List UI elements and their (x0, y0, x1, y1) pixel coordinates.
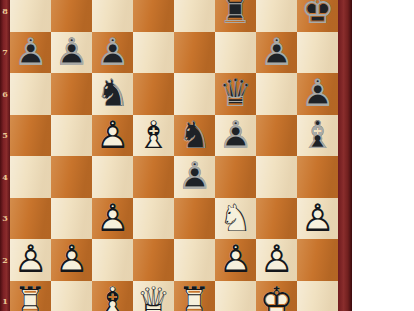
square-g3[interactable] (256, 198, 297, 240)
square-f2[interactable]: ♟♙ (215, 239, 256, 281)
square-b1[interactable] (51, 281, 92, 311)
piece-white-queen[interactable]: ♛♕ (133, 281, 174, 311)
piece-white-pawn[interactable]: ♟♙ (215, 239, 256, 281)
square-h7[interactable] (297, 32, 338, 74)
white-knight-glyph-outline: ♘ (215, 198, 256, 240)
square-g8[interactable] (256, 0, 297, 32)
white-rook-glyph-fill: ♜ (174, 281, 215, 311)
white-pawn-glyph-fill: ♟ (256, 239, 297, 281)
white-pawn-glyph-outline: ♙ (10, 239, 51, 281)
white-pawn-glyph-outline: ♙ (51, 239, 92, 281)
white-pawn-glyph-outline: ♙ (92, 198, 133, 240)
square-a5[interactable] (10, 115, 51, 157)
black-knight-glyph-fill: ♞ (174, 115, 215, 157)
piece-white-pawn[interactable]: ♟♙ (297, 198, 338, 240)
black-pawn-glyph-fill: ♟ (174, 156, 215, 198)
square-b3[interactable] (51, 198, 92, 240)
square-h6[interactable]: ♟♙ (297, 73, 338, 115)
rank-label-1: 1 (0, 281, 10, 311)
rank-label-5: 5 (0, 115, 10, 157)
square-g2[interactable]: ♟♙ (256, 239, 297, 281)
square-a8[interactable] (10, 0, 51, 32)
square-h2[interactable] (297, 239, 338, 281)
black-pawn-glyph-outline: ♙ (51, 32, 92, 74)
square-h5[interactable]: ♝♗ (297, 115, 338, 157)
white-pawn-glyph-fill: ♟ (297, 198, 338, 240)
piece-black-pawn[interactable]: ♟♙ (92, 32, 133, 74)
square-g6[interactable] (256, 73, 297, 115)
square-f6[interactable]: ♛♕ (215, 73, 256, 115)
square-c8[interactable] (92, 0, 133, 32)
piece-black-bishop[interactable]: ♝♗ (297, 115, 338, 157)
chess-board: 87654321 ♜♖♚♔♟♙♟♙♟♙♟♙♞♘♛♕♟♙♟♙♝♗♞♘♟♙♝♗♟♙♟… (0, 0, 352, 311)
square-f5[interactable]: ♟♙ (215, 115, 256, 157)
white-bishop-glyph-outline: ♗ (92, 281, 133, 311)
white-rook-glyph-outline: ♖ (10, 281, 51, 311)
piece-black-knight[interactable]: ♞♘ (174, 115, 215, 157)
piece-white-pawn[interactable]: ♟♙ (92, 115, 133, 157)
square-c4[interactable] (92, 156, 133, 198)
white-rook-glyph-fill: ♜ (10, 281, 51, 311)
square-d6[interactable] (133, 73, 174, 115)
square-d4[interactable] (133, 156, 174, 198)
white-king-glyph-fill: ♚ (256, 281, 297, 311)
white-bishop-glyph-fill: ♝ (92, 281, 133, 311)
white-rook-glyph-outline: ♖ (174, 281, 215, 311)
square-e2[interactable] (174, 239, 215, 281)
square-c3[interactable]: ♟♙ (92, 198, 133, 240)
square-e1[interactable]: ♜♖ (174, 281, 215, 311)
square-a1[interactable]: ♜♖ (10, 281, 51, 311)
square-d3[interactable] (133, 198, 174, 240)
piece-white-rook[interactable]: ♜♖ (10, 281, 51, 311)
square-h4[interactable] (297, 156, 338, 198)
black-pawn-glyph-outline: ♙ (92, 32, 133, 74)
white-pawn-glyph-fill: ♟ (92, 115, 133, 157)
piece-white-pawn[interactable]: ♟♙ (51, 239, 92, 281)
rank-label-7: 7 (0, 32, 10, 74)
black-knight-glyph-fill: ♞ (92, 73, 133, 115)
rank-label-8: 8 (0, 0, 10, 32)
white-king-glyph-outline: ♔ (256, 281, 297, 311)
square-d5[interactable]: ♝♗ (133, 115, 174, 157)
piece-black-pawn[interactable]: ♟♙ (297, 73, 338, 115)
piece-black-pawn[interactable]: ♟♙ (51, 32, 92, 74)
square-e8[interactable] (174, 0, 215, 32)
board-grid: ♜♖♚♔♟♙♟♙♟♙♟♙♞♘♛♕♟♙♟♙♝♗♞♘♟♙♝♗♟♙♟♙♞♘♟♙♟♙♟♙… (10, 0, 338, 311)
black-rook-glyph-fill: ♜ (215, 0, 256, 32)
piece-white-bishop[interactable]: ♝♗ (133, 115, 174, 157)
white-bishop-glyph-fill: ♝ (133, 115, 174, 157)
white-pawn-glyph-outline: ♙ (297, 198, 338, 240)
black-pawn-glyph-fill: ♟ (297, 73, 338, 115)
black-king-glyph-outline: ♔ (297, 0, 338, 32)
board-right-border (338, 0, 352, 311)
rank-label-4: 4 (0, 156, 10, 198)
white-pawn-glyph-fill: ♟ (215, 239, 256, 281)
black-queen-glyph-fill: ♛ (215, 73, 256, 115)
white-pawn-glyph-outline: ♙ (92, 115, 133, 157)
white-queen-glyph-outline: ♕ (133, 281, 174, 311)
black-pawn-glyph-fill: ♟ (10, 32, 51, 74)
black-pawn-glyph-outline: ♙ (297, 73, 338, 115)
square-g1[interactable]: ♚♔ (256, 281, 297, 311)
white-knight-glyph-fill: ♞ (215, 198, 256, 240)
black-pawn-glyph-outline: ♙ (215, 115, 256, 157)
square-c5[interactable]: ♟♙ (92, 115, 133, 157)
rank-label-3: 3 (0, 198, 10, 240)
piece-black-king[interactable]: ♚♔ (297, 0, 338, 32)
piece-white-bishop[interactable]: ♝♗ (92, 281, 133, 311)
white-pawn-glyph-outline: ♙ (256, 239, 297, 281)
piece-white-pawn[interactable]: ♟♙ (10, 239, 51, 281)
piece-white-king[interactable]: ♚♔ (256, 281, 297, 311)
piece-black-knight[interactable]: ♞♘ (92, 73, 133, 115)
piece-black-pawn[interactable]: ♟♙ (215, 115, 256, 157)
square-b6[interactable] (51, 73, 92, 115)
black-pawn-glyph-fill: ♟ (92, 32, 133, 74)
square-e7[interactable] (174, 32, 215, 74)
black-pawn-glyph-fill: ♟ (256, 32, 297, 74)
white-pawn-glyph-fill: ♟ (51, 239, 92, 281)
square-h3[interactable]: ♟♙ (297, 198, 338, 240)
square-f4[interactable] (215, 156, 256, 198)
square-f3[interactable]: ♞♘ (215, 198, 256, 240)
rank-label-6: 6 (0, 73, 10, 115)
white-queen-glyph-fill: ♛ (133, 281, 174, 311)
square-d8[interactable] (133, 0, 174, 32)
square-d2[interactable] (133, 239, 174, 281)
piece-white-pawn[interactable]: ♟♙ (256, 239, 297, 281)
square-f7[interactable] (215, 32, 256, 74)
black-pawn-glyph-outline: ♙ (10, 32, 51, 74)
black-bishop-glyph-fill: ♝ (297, 115, 338, 157)
piece-black-rook[interactable]: ♜♖ (215, 0, 256, 32)
square-a3[interactable] (10, 198, 51, 240)
square-a4[interactable] (10, 156, 51, 198)
square-g7[interactable]: ♟♙ (256, 32, 297, 74)
square-f8[interactable]: ♜♖ (215, 0, 256, 32)
square-e5[interactable]: ♞♘ (174, 115, 215, 157)
square-b7[interactable]: ♟♙ (51, 32, 92, 74)
square-a7[interactable]: ♟♙ (10, 32, 51, 74)
piece-black-pawn[interactable]: ♟♙ (256, 32, 297, 74)
white-pawn-glyph-fill: ♟ (10, 239, 51, 281)
white-pawn-glyph-fill: ♟ (92, 198, 133, 240)
square-c1[interactable]: ♝♗ (92, 281, 133, 311)
piece-black-queen[interactable]: ♛♕ (215, 73, 256, 115)
square-b2[interactable]: ♟♙ (51, 239, 92, 281)
square-e6[interactable] (174, 73, 215, 115)
square-a6[interactable] (10, 73, 51, 115)
square-d1[interactable]: ♛♕ (133, 281, 174, 311)
black-bishop-glyph-outline: ♗ (297, 115, 338, 157)
black-king-glyph-fill: ♚ (297, 0, 338, 32)
square-b8[interactable] (51, 0, 92, 32)
square-c7[interactable]: ♟♙ (92, 32, 133, 74)
square-c6[interactable]: ♞♘ (92, 73, 133, 115)
piece-white-pawn[interactable]: ♟♙ (92, 198, 133, 240)
square-g5[interactable] (256, 115, 297, 157)
piece-black-pawn[interactable]: ♟♙ (10, 32, 51, 74)
square-h1[interactable] (297, 281, 338, 311)
black-knight-glyph-outline: ♘ (92, 73, 133, 115)
black-knight-glyph-outline: ♘ (174, 115, 215, 157)
board-left-border: 87654321 (0, 0, 10, 311)
piece-white-rook[interactable]: ♜♖ (174, 281, 215, 311)
square-h8[interactable]: ♚♔ (297, 0, 338, 32)
square-f1[interactable] (215, 281, 256, 311)
piece-black-pawn[interactable]: ♟♙ (174, 156, 215, 198)
black-pawn-glyph-outline: ♙ (174, 156, 215, 198)
square-d7[interactable] (133, 32, 174, 74)
white-pawn-glyph-outline: ♙ (215, 239, 256, 281)
white-bishop-glyph-outline: ♗ (133, 115, 174, 157)
piece-white-knight[interactable]: ♞♘ (215, 198, 256, 240)
square-e3[interactable] (174, 198, 215, 240)
rank-label-2: 2 (0, 239, 10, 281)
black-rook-glyph-outline: ♖ (215, 0, 256, 32)
square-c2[interactable] (92, 239, 133, 281)
black-pawn-glyph-fill: ♟ (215, 115, 256, 157)
screenshot-canvas: 87654321 ♜♖♚♔♟♙♟♙♟♙♟♙♞♘♛♕♟♙♟♙♝♗♞♘♟♙♝♗♟♙♟… (0, 0, 414, 311)
square-b4[interactable] (51, 156, 92, 198)
black-queen-glyph-outline: ♕ (215, 73, 256, 115)
square-b5[interactable] (51, 115, 92, 157)
square-g4[interactable] (256, 156, 297, 198)
black-pawn-glyph-fill: ♟ (51, 32, 92, 74)
black-pawn-glyph-outline: ♙ (256, 32, 297, 74)
square-e4[interactable]: ♟♙ (174, 156, 215, 198)
square-a2[interactable]: ♟♙ (10, 239, 51, 281)
